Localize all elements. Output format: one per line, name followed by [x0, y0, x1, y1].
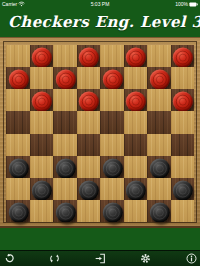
undo-button[interactable] — [3, 253, 15, 265]
square-r1c6[interactable] — [124, 45, 148, 67]
gear-icon — [140, 253, 151, 264]
black-piece[interactable] — [56, 158, 76, 178]
toolbar — [0, 250, 200, 266]
square-r5c7 — [147, 134, 171, 156]
square-r7c1 — [6, 178, 30, 200]
exit-icon — [95, 253, 106, 264]
square-r2c3[interactable] — [53, 67, 77, 89]
black-piece[interactable] — [56, 203, 76, 223]
battery-percent: 100% — [175, 0, 188, 8]
exit-button[interactable] — [94, 253, 106, 265]
square-r5c5 — [100, 134, 124, 156]
square-r4c7[interactable] — [147, 111, 171, 133]
square-r1c7 — [147, 45, 171, 67]
app-screen: Carrier 5:03 PM 100% Checkers Eng. Level… — [0, 0, 200, 266]
square-r8c3[interactable] — [53, 200, 77, 222]
square-r1c5 — [100, 45, 124, 67]
black-piece[interactable] — [9, 158, 29, 178]
square-r8c6 — [124, 200, 148, 222]
settings-button[interactable] — [140, 253, 152, 265]
square-r2c8 — [171, 67, 195, 89]
square-r8c1[interactable] — [6, 200, 30, 222]
square-r2c5[interactable] — [100, 67, 124, 89]
square-r8c5[interactable] — [100, 200, 124, 222]
square-r8c7[interactable] — [147, 200, 171, 222]
black-piece[interactable] — [173, 180, 193, 200]
square-r4c2 — [30, 111, 54, 133]
square-r3c3 — [53, 89, 77, 111]
square-r5c3 — [53, 134, 77, 156]
square-r5c4[interactable] — [77, 134, 101, 156]
square-r4c8 — [171, 111, 195, 133]
square-r6c3[interactable] — [53, 156, 77, 178]
square-r7c2[interactable] — [30, 178, 54, 200]
square-r7c5 — [100, 178, 124, 200]
black-piece[interactable] — [79, 180, 99, 200]
square-r7c4[interactable] — [77, 178, 101, 200]
square-r3c1 — [6, 89, 30, 111]
red-piece[interactable] — [9, 70, 29, 90]
square-r3c7 — [147, 89, 171, 111]
clock: 5:03 PM — [0, 0, 200, 8]
square-r3c5 — [100, 89, 124, 111]
square-r6c1[interactable] — [6, 156, 30, 178]
black-piece[interactable] — [103, 158, 123, 178]
square-r8c4 — [77, 200, 101, 222]
square-r2c4 — [77, 67, 101, 89]
info-button[interactable] — [185, 253, 197, 265]
square-r7c7 — [147, 178, 171, 200]
square-r7c8[interactable] — [171, 178, 195, 200]
red-piece[interactable] — [32, 48, 52, 68]
square-r4c6 — [124, 111, 148, 133]
square-r6c8 — [171, 156, 195, 178]
square-r3c2[interactable] — [30, 89, 54, 111]
undo-icon — [4, 253, 15, 264]
square-r3c6[interactable] — [124, 89, 148, 111]
square-r4c4 — [77, 111, 101, 133]
replay-button[interactable] — [49, 253, 61, 265]
square-r4c1[interactable] — [6, 111, 30, 133]
square-r1c2[interactable] — [30, 45, 54, 67]
board-frame — [0, 37, 200, 228]
black-piece[interactable] — [103, 203, 123, 223]
square-r5c8[interactable] — [171, 134, 195, 156]
red-piece[interactable] — [126, 92, 146, 112]
square-r2c7[interactable] — [147, 67, 171, 89]
square-r6c5[interactable] — [100, 156, 124, 178]
square-r6c6 — [124, 156, 148, 178]
red-piece[interactable] — [150, 70, 170, 90]
black-piece[interactable] — [9, 203, 29, 223]
red-piece[interactable] — [103, 70, 123, 90]
red-piece[interactable] — [126, 48, 146, 68]
square-r7c6[interactable] — [124, 178, 148, 200]
red-piece[interactable] — [173, 92, 193, 112]
battery-icon — [189, 2, 198, 7]
red-piece[interactable] — [32, 92, 52, 112]
square-r1c1 — [6, 45, 30, 67]
replay-icon — [49, 253, 60, 264]
info-icon — [186, 253, 197, 264]
square-r6c4 — [77, 156, 101, 178]
square-r2c6 — [124, 67, 148, 89]
black-piece[interactable] — [32, 180, 52, 200]
square-r5c2[interactable] — [30, 134, 54, 156]
black-piece[interactable] — [126, 180, 146, 200]
page-title: Checkers Eng. Level 3 — [8, 9, 200, 35]
square-r8c2 — [30, 200, 54, 222]
square-r2c1[interactable] — [6, 67, 30, 89]
square-r1c4[interactable] — [77, 45, 101, 67]
red-piece[interactable] — [79, 92, 99, 112]
checkers-board — [6, 45, 194, 222]
square-r1c3 — [53, 45, 77, 67]
square-r4c3[interactable] — [53, 111, 77, 133]
square-r3c4[interactable] — [77, 89, 101, 111]
square-r5c6[interactable] — [124, 134, 148, 156]
status-bar: Carrier 5:03 PM 100% — [0, 0, 200, 8]
square-r3c8[interactable] — [171, 89, 195, 111]
square-r6c7[interactable] — [147, 156, 171, 178]
square-r2c2 — [30, 67, 54, 89]
square-r1c8[interactable] — [171, 45, 195, 67]
square-r5c1 — [6, 134, 30, 156]
square-r8c8 — [171, 200, 195, 222]
square-r7c3 — [53, 178, 77, 200]
red-piece[interactable] — [79, 48, 99, 68]
black-piece[interactable] — [150, 203, 170, 223]
red-piece[interactable] — [56, 70, 76, 90]
black-piece[interactable] — [150, 158, 170, 178]
red-piece[interactable] — [173, 48, 193, 68]
square-r4c5[interactable] — [100, 111, 124, 133]
square-r6c2 — [30, 156, 54, 178]
